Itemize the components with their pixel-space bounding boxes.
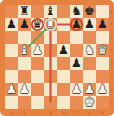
square-a1[interactable]: [5, 96, 18, 109]
chess-board: ♜♝♞♚♟♟♛♜♟♟♟♝♟♟♞♛♟♟♟♟♟♟♚ 87654321 abcdefg…: [0, 0, 114, 116]
square-h3[interactable]: [96, 70, 109, 83]
square-f1[interactable]: [70, 96, 83, 109]
square-e5[interactable]: ♟: [57, 44, 70, 57]
black-pawn: ♟: [58, 44, 69, 57]
square-d7[interactable]: ♜: [44, 18, 57, 31]
file-label: a: [5, 109, 18, 116]
file-label: c: [31, 109, 44, 116]
rank-label: 1: [109, 96, 114, 109]
square-e6[interactable]: [57, 31, 70, 44]
square-d8[interactable]: ♝: [44, 5, 57, 18]
black-pawn: ♟: [19, 18, 30, 31]
board-grid: ♜♝♞♚♟♟♛♜♟♟♟♝♟♟♞♛♟♟♟♟♟♟♚: [5, 5, 109, 109]
square-e2[interactable]: [57, 83, 70, 96]
square-g2[interactable]: ♟: [83, 83, 96, 96]
rank-label: 4: [109, 57, 114, 70]
square-g7[interactable]: ♟: [83, 18, 96, 31]
square-g8[interactable]: ♚: [83, 5, 96, 18]
square-a8[interactable]: [5, 5, 18, 18]
black-pawn: ♟: [6, 18, 17, 31]
rank-label: 3: [109, 70, 114, 83]
file-label: d: [44, 109, 57, 116]
square-b2[interactable]: ♟: [18, 83, 31, 96]
black-king: ♚: [84, 5, 95, 18]
square-h8[interactable]: [96, 5, 109, 18]
square-c7[interactable]: ♛: [31, 18, 44, 31]
square-f6[interactable]: [70, 31, 83, 44]
square-a4[interactable]: [5, 57, 18, 70]
square-g6[interactable]: [83, 31, 96, 44]
file-coordinates: abcdefgh: [5, 109, 109, 116]
white-queen: ♛: [97, 44, 108, 57]
square-b4[interactable]: [18, 57, 31, 70]
square-c5[interactable]: ♟: [31, 44, 44, 57]
black-pawn: ♟: [71, 18, 82, 31]
square-d3[interactable]: [44, 70, 57, 83]
square-h6[interactable]: [96, 31, 109, 44]
square-h5[interactable]: ♛: [96, 44, 109, 57]
square-d1[interactable]: [44, 96, 57, 109]
rank-label: 6: [109, 31, 114, 44]
white-knight: ♞: [84, 44, 95, 57]
white-pawn: ♟: [71, 83, 82, 96]
square-g3[interactable]: [83, 70, 96, 83]
square-e8[interactable]: [57, 5, 70, 18]
white-pawn: ♟: [32, 44, 43, 57]
black-pawn: ♟: [71, 57, 82, 70]
file-label: e: [57, 109, 70, 116]
square-d2[interactable]: [44, 83, 57, 96]
square-a2[interactable]: ♟: [5, 83, 18, 96]
square-b1[interactable]: [18, 96, 31, 109]
white-pawn: ♟: [84, 83, 95, 96]
black-queen: ♛: [32, 18, 43, 31]
square-a7[interactable]: ♟: [5, 18, 18, 31]
square-d4[interactable]: [44, 57, 57, 70]
square-d5[interactable]: [44, 44, 57, 57]
white-bishop: ♝: [19, 44, 30, 57]
square-d6[interactable]: [44, 31, 57, 44]
square-g4[interactable]: [83, 57, 96, 70]
square-c2[interactable]: [31, 83, 44, 96]
white-pawn: ♟: [97, 83, 108, 96]
black-rook: ♜: [19, 5, 30, 18]
rank-label: 7: [109, 18, 114, 31]
square-a5[interactable]: [5, 44, 18, 57]
square-c3[interactable]: [31, 70, 44, 83]
rank-coordinates: 87654321: [109, 5, 114, 109]
rank-label: 5: [109, 44, 114, 57]
square-g5[interactable]: ♞: [83, 44, 96, 57]
file-label: f: [70, 109, 83, 116]
square-g1[interactable]: ♚: [83, 96, 96, 109]
square-b8[interactable]: ♜: [18, 5, 31, 18]
square-h2[interactable]: ♟: [96, 83, 109, 96]
square-b3[interactable]: [18, 70, 31, 83]
black-pawn: ♟: [84, 18, 95, 31]
square-f8[interactable]: ♞: [70, 5, 83, 18]
square-h1[interactable]: [96, 96, 109, 109]
square-a6[interactable]: [5, 31, 18, 44]
square-a3[interactable]: [5, 70, 18, 83]
rank-label: 2: [109, 83, 114, 96]
square-b6[interactable]: [18, 31, 31, 44]
square-c8[interactable]: [31, 5, 44, 18]
square-h4[interactable]: [96, 57, 109, 70]
square-b5[interactable]: ♝: [18, 44, 31, 57]
square-f2[interactable]: ♟: [70, 83, 83, 96]
file-label: b: [18, 109, 31, 116]
square-f5[interactable]: [70, 44, 83, 57]
file-label: h: [96, 109, 109, 116]
white-king: ♚: [84, 96, 95, 109]
square-e4[interactable]: [57, 57, 70, 70]
white-rook: ♜: [45, 18, 56, 31]
white-pawn: ♟: [19, 83, 30, 96]
black-bishop: ♝: [45, 5, 56, 18]
white-pawn: ♟: [6, 83, 17, 96]
square-h7[interactable]: ♟: [96, 18, 109, 31]
file-label: g: [83, 109, 96, 116]
black-knight: ♞: [71, 5, 82, 18]
square-c4[interactable]: [31, 57, 44, 70]
square-b7[interactable]: ♟: [18, 18, 31, 31]
square-c1[interactable]: [31, 96, 44, 109]
square-f7[interactable]: ♟: [70, 18, 83, 31]
square-e1[interactable]: [57, 96, 70, 109]
square-e7[interactable]: [57, 18, 70, 31]
square-f3[interactable]: [70, 70, 83, 83]
square-e3[interactable]: [57, 70, 70, 83]
black-pawn: ♟: [97, 18, 108, 31]
square-c6[interactable]: [31, 31, 44, 44]
square-f4[interactable]: ♟: [70, 57, 83, 70]
rank-label: 8: [109, 5, 114, 18]
